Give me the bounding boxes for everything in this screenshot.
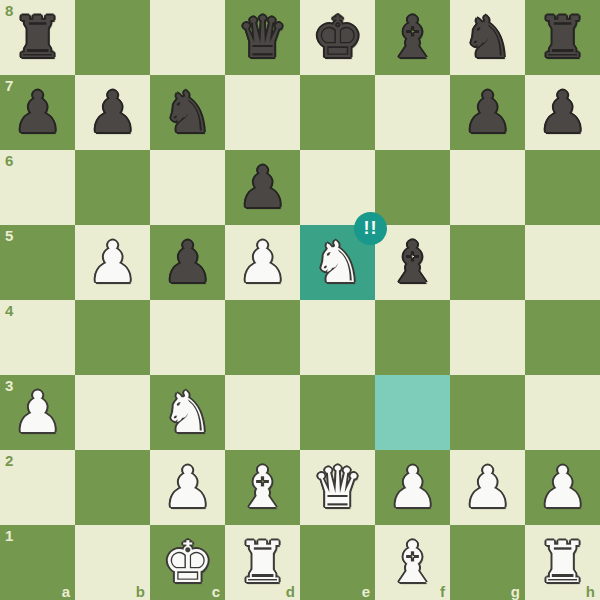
square-a1[interactable]: 1a bbox=[0, 525, 75, 600]
square-b1[interactable]: b bbox=[75, 525, 150, 600]
square-c3[interactable]: ♞ bbox=[150, 375, 225, 450]
black-pawn[interactable]: ♟ bbox=[525, 75, 600, 150]
white-pawn[interactable]: ♟ bbox=[0, 375, 75, 450]
black-pawn[interactable]: ♟ bbox=[150, 225, 225, 300]
black-bishop[interactable]: ♝ bbox=[375, 225, 450, 300]
square-c6[interactable] bbox=[150, 150, 225, 225]
square-d6[interactable]: ♟ bbox=[225, 150, 300, 225]
square-g1[interactable]: g bbox=[450, 525, 525, 600]
square-a3[interactable]: 3♟ bbox=[0, 375, 75, 450]
square-d5[interactable]: ♟ bbox=[225, 225, 300, 300]
white-queen[interactable]: ♛ bbox=[300, 450, 375, 525]
square-g5[interactable] bbox=[450, 225, 525, 300]
square-g4[interactable] bbox=[450, 300, 525, 375]
square-e8[interactable]: ♚ bbox=[300, 0, 375, 75]
square-g2[interactable]: ♟ bbox=[450, 450, 525, 525]
rank-label-6: 6 bbox=[5, 152, 13, 169]
square-f5[interactable]: ♝ bbox=[375, 225, 450, 300]
white-king[interactable]: ♚ bbox=[150, 525, 225, 600]
square-g7[interactable]: ♟ bbox=[450, 75, 525, 150]
rank-label-1: 1 bbox=[5, 527, 13, 544]
square-b3[interactable] bbox=[75, 375, 150, 450]
black-rook[interactable]: ♜ bbox=[0, 0, 75, 75]
square-a6[interactable]: 6 bbox=[0, 150, 75, 225]
square-g3[interactable] bbox=[450, 375, 525, 450]
square-b8[interactable] bbox=[75, 0, 150, 75]
black-pawn[interactable]: ♟ bbox=[0, 75, 75, 150]
square-f4[interactable] bbox=[375, 300, 450, 375]
black-knight[interactable]: ♞ bbox=[150, 75, 225, 150]
square-a8[interactable]: 8♜ bbox=[0, 0, 75, 75]
rank-label-5: 5 bbox=[5, 227, 13, 244]
square-h5[interactable] bbox=[525, 225, 600, 300]
square-h7[interactable]: ♟ bbox=[525, 75, 600, 150]
square-c7[interactable]: ♞ bbox=[150, 75, 225, 150]
square-g6[interactable] bbox=[450, 150, 525, 225]
file-label-e: e bbox=[362, 583, 370, 600]
square-d1[interactable]: d♜ bbox=[225, 525, 300, 600]
square-c8[interactable] bbox=[150, 0, 225, 75]
square-b7[interactable]: ♟ bbox=[75, 75, 150, 150]
square-h2[interactable]: ♟ bbox=[525, 450, 600, 525]
black-pawn[interactable]: ♟ bbox=[75, 75, 150, 150]
black-bishop[interactable]: ♝ bbox=[375, 0, 450, 75]
square-e4[interactable] bbox=[300, 300, 375, 375]
white-knight[interactable]: ♞ bbox=[150, 375, 225, 450]
square-d2[interactable]: ♝ bbox=[225, 450, 300, 525]
white-pawn[interactable]: ♟ bbox=[450, 450, 525, 525]
square-c2[interactable]: ♟ bbox=[150, 450, 225, 525]
square-a4[interactable]: 4 bbox=[0, 300, 75, 375]
square-b4[interactable] bbox=[75, 300, 150, 375]
square-e1[interactable]: e bbox=[300, 525, 375, 600]
white-pawn[interactable]: ♟ bbox=[150, 450, 225, 525]
chess-board: 8♜♛♚♝♞♜7♟♟♞♟♟6♟5♟♟♟♞♝43♟♞2♟♝♛♟♟♟1abc♚d♜e… bbox=[0, 0, 600, 600]
file-label-b: b bbox=[136, 583, 145, 600]
square-h8[interactable]: ♜ bbox=[525, 0, 600, 75]
square-f3[interactable] bbox=[375, 375, 450, 450]
white-bishop[interactable]: ♝ bbox=[225, 450, 300, 525]
black-pawn[interactable]: ♟ bbox=[450, 75, 525, 150]
brilliant-move-badge: !! bbox=[354, 212, 387, 245]
white-bishop[interactable]: ♝ bbox=[375, 525, 450, 600]
white-pawn[interactable]: ♟ bbox=[225, 225, 300, 300]
square-e3[interactable] bbox=[300, 375, 375, 450]
square-h3[interactable] bbox=[525, 375, 600, 450]
file-label-g: g bbox=[511, 583, 520, 600]
white-rook[interactable]: ♜ bbox=[225, 525, 300, 600]
square-f8[interactable]: ♝ bbox=[375, 0, 450, 75]
square-f6[interactable] bbox=[375, 150, 450, 225]
square-b5[interactable]: ♟ bbox=[75, 225, 150, 300]
white-pawn[interactable]: ♟ bbox=[75, 225, 150, 300]
brilliant-move-label: !! bbox=[364, 212, 378, 245]
square-h1[interactable]: h♜ bbox=[525, 525, 600, 600]
rank-label-2: 2 bbox=[5, 452, 13, 469]
square-g8[interactable]: ♞ bbox=[450, 0, 525, 75]
square-f1[interactable]: f♝ bbox=[375, 525, 450, 600]
square-a2[interactable]: 2 bbox=[0, 450, 75, 525]
square-d8[interactable]: ♛ bbox=[225, 0, 300, 75]
square-h6[interactable] bbox=[525, 150, 600, 225]
black-queen[interactable]: ♛ bbox=[225, 0, 300, 75]
square-f2[interactable]: ♟ bbox=[375, 450, 450, 525]
square-h4[interactable] bbox=[525, 300, 600, 375]
square-d4[interactable] bbox=[225, 300, 300, 375]
square-e2[interactable]: ♛ bbox=[300, 450, 375, 525]
square-a5[interactable]: 5 bbox=[0, 225, 75, 300]
square-c1[interactable]: c♚ bbox=[150, 525, 225, 600]
square-d7[interactable] bbox=[225, 75, 300, 150]
square-f7[interactable] bbox=[375, 75, 450, 150]
square-d3[interactable] bbox=[225, 375, 300, 450]
square-c4[interactable] bbox=[150, 300, 225, 375]
square-e7[interactable] bbox=[300, 75, 375, 150]
file-label-a: a bbox=[62, 583, 70, 600]
white-pawn[interactable]: ♟ bbox=[375, 450, 450, 525]
white-rook[interactable]: ♜ bbox=[525, 525, 600, 600]
black-king[interactable]: ♚ bbox=[300, 0, 375, 75]
square-c5[interactable]: ♟ bbox=[150, 225, 225, 300]
white-pawn[interactable]: ♟ bbox=[525, 450, 600, 525]
square-a7[interactable]: 7♟ bbox=[0, 75, 75, 150]
square-b2[interactable] bbox=[75, 450, 150, 525]
rank-label-4: 4 bbox=[5, 302, 13, 319]
square-b6[interactable] bbox=[75, 150, 150, 225]
black-knight[interactable]: ♞ bbox=[450, 0, 525, 75]
black-pawn[interactable]: ♟ bbox=[225, 150, 300, 225]
black-rook[interactable]: ♜ bbox=[525, 0, 600, 75]
